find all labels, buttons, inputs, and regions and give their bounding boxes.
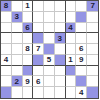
cell-r5c7[interactable]: 9 [76,55,87,66]
cell-r3c6[interactable] [66,33,77,44]
cell-r2c3[interactable] [33,23,44,34]
cell-r5c6[interactable]: 1 [66,55,77,66]
cell-r5c8[interactable] [87,55,98,66]
cell-r0c4[interactable] [44,1,55,12]
cell-r6c0[interactable] [1,66,12,77]
cell-r5c4[interactable]: 5 [44,55,55,66]
cell-r7c3[interactable]: 6 [33,76,44,87]
cell-r4c3[interactable]: 7 [33,44,44,55]
cell-r4c4[interactable] [44,44,55,55]
cell-r2c0[interactable] [1,23,12,34]
cell-r3c7[interactable] [76,33,87,44]
cell-r1c2[interactable] [23,12,34,23]
cell-r8c1[interactable] [12,87,23,98]
cell-r6c2[interactable] [23,66,34,77]
cell-r6c6[interactable] [66,66,77,77]
cell-r8c6[interactable] [66,87,77,98]
cell-r1c8[interactable] [87,12,98,23]
cell-r4c2[interactable]: 8 [23,44,34,55]
cell-r3c1[interactable] [12,33,23,44]
cell-r0c3[interactable] [33,1,44,12]
cell-r8c4[interactable] [44,87,55,98]
cell-r3c5[interactable]: 3 [55,33,66,44]
cell-r0c6[interactable] [66,1,77,12]
cell-r4c7[interactable]: 6 [76,44,87,55]
cell-r4c8[interactable] [87,44,98,55]
cell-r2c4[interactable] [44,23,55,34]
cell-r8c2[interactable] [23,87,34,98]
cell-r6c7[interactable] [76,66,87,77]
cell-r0c1[interactable] [12,1,23,12]
cell-r8c5[interactable] [55,87,66,98]
cell-r2c7[interactable] [76,23,87,34]
cell-r2c5[interactable] [55,23,66,34]
cell-r6c5[interactable] [55,66,66,77]
cell-r0c0[interactable]: 8 [1,1,12,12]
cell-r8c7[interactable]: 4 [76,87,87,98]
cell-r1c1[interactable]: 3 [12,12,23,23]
cell-r3c4[interactable] [44,33,55,44]
cell-r1c7[interactable] [76,12,87,23]
cell-r3c2[interactable] [23,33,34,44]
cell-r7c5[interactable] [55,76,66,87]
cell-r2c6[interactable]: 4 [66,23,77,34]
cell-r5c5[interactable] [55,55,66,66]
cell-r8c0[interactable] [1,87,12,98]
cell-r1c5[interactable] [55,12,66,23]
cell-r3c8[interactable] [87,33,98,44]
cell-r6c8[interactable] [87,66,98,77]
cell-r7c7[interactable] [76,76,87,87]
cell-r7c4[interactable] [44,76,55,87]
cell-r7c0[interactable] [1,76,12,87]
cell-r4c1[interactable] [12,44,23,55]
cell-r5c2[interactable] [23,55,34,66]
cell-r1c3[interactable] [33,12,44,23]
cell-r3c3[interactable] [33,33,44,44]
cell-r5c3[interactable] [33,55,44,66]
cell-r6c1[interactable] [12,66,23,77]
cell-r5c1[interactable] [12,55,23,66]
cell-r2c8[interactable] [87,23,98,34]
cell-r0c8[interactable]: 7 [87,1,98,12]
cell-r8c8[interactable] [87,87,98,98]
cell-r7c2[interactable]: 9 [23,76,34,87]
cell-r4c6[interactable] [66,44,77,55]
cell-r6c3[interactable] [33,66,44,77]
cell-r7c1[interactable]: 2 [12,76,23,87]
cell-r2c1[interactable] [12,23,23,34]
cell-r3c0[interactable] [1,33,12,44]
cell-r8c3[interactable] [33,87,44,98]
cell-r7c6[interactable] [66,76,77,87]
cell-r4c5[interactable] [55,44,66,55]
sudoku-board: 817364387645192964 [0,0,99,99]
cell-r1c4[interactable] [44,12,55,23]
cell-r0c5[interactable] [55,1,66,12]
cell-r1c0[interactable] [1,12,12,23]
cell-r5c0[interactable]: 4 [1,55,12,66]
cell-r4c0[interactable] [1,44,12,55]
cell-r2c2[interactable]: 6 [23,23,34,34]
cell-r0c7[interactable] [76,1,87,12]
cell-r0c2[interactable]: 1 [23,1,34,12]
cell-r7c8[interactable] [87,76,98,87]
cell-r6c4[interactable] [44,66,55,77]
cell-r1c6[interactable] [66,12,77,23]
